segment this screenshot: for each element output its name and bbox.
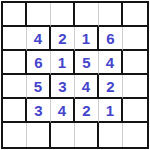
cell-r5c2[interactable]: 3 <box>27 99 51 123</box>
cell-r3c6[interactable] <box>123 51 147 75</box>
cell-r6c2[interactable] <box>27 123 51 147</box>
cell-r4c6[interactable] <box>123 75 147 99</box>
cell-r3c4[interactable]: 5 <box>75 51 99 75</box>
cell-r6c6[interactable] <box>123 123 147 147</box>
cell-r4c3[interactable]: 3 <box>51 75 75 99</box>
bricks-board: 4216615453423421 <box>1 1 149 149</box>
cell-r1c3[interactable] <box>51 3 75 27</box>
cell-r1c4[interactable] <box>75 3 99 27</box>
cell-r6c5[interactable] <box>99 123 123 147</box>
cell-r1c5[interactable] <box>99 3 123 27</box>
cell-r2c3[interactable]: 2 <box>51 27 75 51</box>
cell-r2c1[interactable] <box>3 27 27 51</box>
cell-r5c5[interactable]: 1 <box>99 99 123 123</box>
cell-r4c1[interactable] <box>3 75 27 99</box>
cell-r5c4[interactable]: 2 <box>75 99 99 123</box>
cell-r2c5[interactable]: 6 <box>99 27 123 51</box>
cell-r6c1[interactable] <box>3 123 27 147</box>
cell-r6c3[interactable] <box>51 123 75 147</box>
cell-r1c1[interactable] <box>3 3 27 27</box>
cell-r2c4[interactable]: 1 <box>75 27 99 51</box>
cell-r5c1[interactable] <box>3 99 27 123</box>
cell-r5c3[interactable]: 4 <box>51 99 75 123</box>
cell-r2c2[interactable]: 4 <box>27 27 51 51</box>
cell-r3c1[interactable] <box>3 51 27 75</box>
cell-r4c5[interactable]: 2 <box>99 75 123 99</box>
cell-r6c4[interactable] <box>75 123 99 147</box>
cell-r3c3[interactable]: 1 <box>51 51 75 75</box>
cell-r1c2[interactable] <box>27 3 51 27</box>
cell-r5c6[interactable] <box>123 99 147 123</box>
cell-r4c4[interactable]: 4 <box>75 75 99 99</box>
cell-r2c6[interactable] <box>123 27 147 51</box>
cell-r4c2[interactable]: 5 <box>27 75 51 99</box>
cell-r3c5[interactable]: 4 <box>99 51 123 75</box>
cell-r3c2[interactable]: 6 <box>27 51 51 75</box>
cell-r1c6[interactable] <box>123 3 147 27</box>
